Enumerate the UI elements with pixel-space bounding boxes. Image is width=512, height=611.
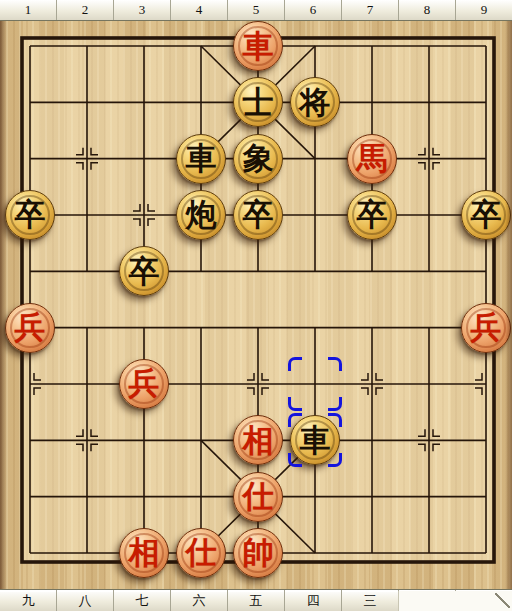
- piece-glyph: 卒: [243, 199, 274, 230]
- piece-glyph: 兵: [471, 312, 502, 343]
- black-piece-車[interactable]: 車: [290, 415, 340, 465]
- black-piece-卒[interactable]: 卒: [347, 190, 397, 240]
- piece-glyph: 馬: [357, 143, 388, 174]
- red-piece-兵[interactable]: 兵: [119, 359, 169, 409]
- piece-glyph: 士: [243, 87, 274, 118]
- corner-resize-mark: [495, 593, 510, 608]
- piece-glyph: 卒: [471, 199, 502, 230]
- ruler-bottom-label-5: 五: [227, 590, 284, 611]
- black-piece-車[interactable]: 車: [176, 134, 226, 184]
- piece-glyph: 卒: [357, 199, 388, 230]
- file-ruler-top: 123456789: [0, 0, 512, 21]
- red-piece-仕[interactable]: 仕: [176, 528, 226, 578]
- red-piece-帥[interactable]: 帥: [233, 528, 283, 578]
- black-piece-卒[interactable]: 卒: [461, 190, 511, 240]
- piece-glyph: 車: [186, 143, 217, 174]
- ruler-bottom-label-6: 四: [284, 590, 341, 611]
- piece-glyph: 兵: [129, 368, 160, 399]
- piece-glyph: 仕: [186, 537, 217, 568]
- red-piece-兵[interactable]: 兵: [461, 303, 511, 353]
- piece-glyph: 相: [243, 425, 274, 456]
- piece-glyph: 兵: [15, 312, 46, 343]
- ruler-top-label-3: 3: [113, 0, 170, 20]
- red-piece-車[interactable]: 車: [233, 21, 283, 71]
- piece-glyph: 車: [300, 425, 331, 456]
- black-piece-卒[interactable]: 卒: [119, 246, 169, 296]
- black-piece-士[interactable]: 士: [233, 77, 283, 127]
- red-piece-相[interactable]: 相: [119, 528, 169, 578]
- ruler-bottom-label-1: 九: [0, 590, 56, 611]
- black-piece-卒[interactable]: 卒: [5, 190, 55, 240]
- xiangqi-app-window: 123456789 車馬兵兵兵相仕相仕帥士将車象卒炮卒卒卒卒車 九八七六五四三: [0, 0, 512, 611]
- black-piece-将[interactable]: 将: [290, 77, 340, 127]
- ruler-top-label-6: 6: [284, 0, 341, 20]
- red-piece-仕[interactable]: 仕: [233, 472, 283, 522]
- piece-glyph: 車: [243, 31, 274, 62]
- file-ruler-bottom: 九八七六五四三: [0, 589, 512, 611]
- piece-glyph: 仕: [243, 481, 274, 512]
- piece-glyph: 卒: [129, 256, 160, 287]
- red-piece-馬[interactable]: 馬: [347, 134, 397, 184]
- black-piece-卒[interactable]: 卒: [233, 190, 283, 240]
- black-piece-炮[interactable]: 炮: [176, 190, 226, 240]
- black-piece-象[interactable]: 象: [233, 134, 283, 184]
- red-piece-兵[interactable]: 兵: [5, 303, 55, 353]
- ruler-bottom-label-2: 八: [56, 590, 113, 611]
- ruler-top-label-5: 5: [227, 0, 284, 20]
- ruler-bottom-label-7: 三: [341, 590, 398, 611]
- ruler-bottom-label-3: 七: [113, 590, 170, 611]
- ruler-top-label-7: 7: [341, 0, 398, 20]
- piece-glyph: 象: [243, 143, 274, 174]
- red-piece-相[interactable]: 相: [233, 415, 283, 465]
- xiangqi-board[interactable]: 車馬兵兵兵相仕相仕帥士将車象卒炮卒卒卒卒車: [0, 21, 512, 589]
- ruler-top-label-9: 9: [455, 0, 512, 20]
- piece-glyph: 卒: [15, 199, 46, 230]
- piece-glyph: 帥: [243, 537, 274, 568]
- piece-glyph: 将: [300, 87, 331, 118]
- ruler-bottom-label-4: 六: [170, 590, 227, 611]
- piece-glyph: 相: [129, 537, 160, 568]
- ruler-top-label-1: 1: [0, 0, 56, 20]
- ruler-top-label-4: 4: [170, 0, 227, 20]
- piece-glyph: 炮: [186, 199, 217, 230]
- ruler-top-label-8: 8: [398, 0, 455, 20]
- ruler-top-label-2: 2: [56, 0, 113, 20]
